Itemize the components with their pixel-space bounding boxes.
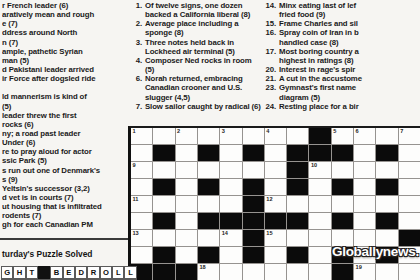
grid-block-cell xyxy=(287,179,308,195)
grid-block-cell xyxy=(332,145,353,161)
grid-cell[interactable] xyxy=(153,162,174,178)
grid-cell[interactable]: 3 xyxy=(220,128,241,144)
cell-number: 1 xyxy=(133,128,136,135)
grid-cell[interactable] xyxy=(243,162,264,178)
clue-line: slugger (4,5) xyxy=(145,93,243,102)
watermark: Globallynews. xyxy=(332,244,419,259)
grid-cell[interactable]: 10 xyxy=(309,162,330,178)
clue-line: gh for each Canadian PM xyxy=(2,220,126,229)
grid-cell[interactable]: 9 xyxy=(131,162,152,178)
clue-line: Norah returned, embracing xyxy=(145,74,243,83)
grid-block-cell xyxy=(243,179,264,195)
grid-cell[interactable] xyxy=(332,196,353,212)
grid-block-cell xyxy=(287,145,308,161)
newspaper-crossword-page: r French leader (6)aratively mean and ro… xyxy=(0,0,420,280)
solved-cell: H xyxy=(13,266,25,279)
clue-line: Average place including a xyxy=(145,19,238,28)
clue-line: s run out one of Denmark's xyxy=(2,166,126,175)
grid-cell[interactable] xyxy=(309,247,330,263)
grid-cell[interactable] xyxy=(309,213,330,229)
cell-number: 9 xyxy=(133,162,136,169)
grid-cell[interactable] xyxy=(220,196,241,212)
grid-cell[interactable] xyxy=(198,230,219,246)
grid-cell[interactable] xyxy=(176,247,197,263)
grid-block-cell xyxy=(376,145,397,161)
clue-line: fried food (9) xyxy=(279,10,356,19)
grid-cell[interactable] xyxy=(399,196,420,212)
cell-number: 15 xyxy=(266,230,272,237)
grid-cell[interactable] xyxy=(376,196,397,212)
grid-cell[interactable] xyxy=(354,213,375,229)
grid-cell[interactable]: 14 xyxy=(220,230,241,246)
grid-cell[interactable] xyxy=(176,162,197,178)
clue-item: 24.Resting place for a bir xyxy=(262,102,420,111)
clue-number: 2. xyxy=(128,19,142,37)
solved-cell: O xyxy=(100,266,112,279)
clue-line: Lockheed air terminal (5) xyxy=(145,47,235,56)
grid-block-cell xyxy=(220,213,241,229)
grid-cell[interactable] xyxy=(265,247,286,263)
cell-number: 14 xyxy=(222,230,228,237)
grid-cell[interactable] xyxy=(287,264,308,280)
grid-cell[interactable] xyxy=(131,179,152,195)
grid-block-cell xyxy=(287,247,308,263)
grid-cell[interactable] xyxy=(131,247,152,263)
grid-cell[interactable]: 4 xyxy=(265,128,286,144)
cell-number: 7 xyxy=(400,128,403,135)
grid-block-cell xyxy=(153,247,174,263)
grid-cell[interactable] xyxy=(354,179,375,195)
clue-line: Spray coin of Iran in b xyxy=(279,28,359,37)
clue-line: highest in ratings (8) xyxy=(279,56,359,65)
clue-item: 23.Gymnast's first namediagram (5) xyxy=(262,83,420,101)
clue-line: ir Force after dogsled ride xyxy=(2,74,126,83)
clue-item: 16.Spray coin of Iran in bhandled case (… xyxy=(262,28,420,46)
clue-line: Composer Ned rocks in room xyxy=(145,56,252,65)
grid-cell[interactable] xyxy=(399,264,420,280)
cell-number: 4 xyxy=(266,128,269,135)
clue-line xyxy=(2,83,126,92)
clue-item: 7.Slow sailor caught by radical (6) xyxy=(128,102,280,111)
grid-cell[interactable]: 5 xyxy=(332,128,353,144)
cell-number: 10 xyxy=(311,162,317,169)
across-clues-column: r French leader (6)aratively mean and ro… xyxy=(2,1,126,230)
clue-text: Most boring country ahighest in ratings … xyxy=(279,47,359,65)
grid-cell[interactable] xyxy=(220,162,241,178)
grid-cell[interactable] xyxy=(354,196,375,212)
clue-number: 16. xyxy=(262,28,276,46)
clue-text: Average place including asponge (8) xyxy=(145,19,238,37)
grid-cell[interactable] xyxy=(131,213,152,229)
grid-cell[interactable] xyxy=(243,264,264,280)
grid-cell[interactable] xyxy=(220,247,241,263)
grid-cell[interactable] xyxy=(198,196,219,212)
grid-cell[interactable] xyxy=(176,179,197,195)
clue-line: (5) xyxy=(2,102,126,111)
clue-line: d Pakistani leader arrived xyxy=(2,65,126,74)
clue-line: Canadian crooner and U.S. xyxy=(145,83,243,92)
clue-number: 1. xyxy=(128,1,142,19)
solved-block-cell xyxy=(38,266,50,279)
grid-cell[interactable]: 13 xyxy=(131,230,152,246)
grid-block-cell xyxy=(198,145,219,161)
clue-line: handled case (8) xyxy=(279,38,359,47)
grid-block-cell xyxy=(332,179,353,195)
clue-number: 20. xyxy=(262,65,276,74)
clue-number: 17. xyxy=(262,47,276,65)
clue-line: aratively mean and rough xyxy=(2,10,126,19)
clue-number: 4. xyxy=(128,56,142,74)
grid-cell[interactable]: 19 xyxy=(354,264,375,280)
clue-line: sponge (8) xyxy=(145,28,238,37)
grid-cell[interactable] xyxy=(220,264,241,280)
cell-number: 6 xyxy=(356,128,359,135)
clue-number: 14. xyxy=(262,1,276,19)
grid-block-cell xyxy=(287,162,308,178)
grid-block-cell xyxy=(243,247,264,263)
clue-line: (5) xyxy=(145,65,252,74)
grid-cell[interactable] xyxy=(399,162,420,178)
grid-cell[interactable] xyxy=(153,230,174,246)
cell-number: 5 xyxy=(333,128,336,135)
grid-block-cell xyxy=(332,213,353,229)
clue-item: 2.Average place including asponge (8) xyxy=(128,19,280,37)
grid-cell[interactable] xyxy=(265,179,286,195)
grid-cell[interactable] xyxy=(332,162,353,178)
solved-cell: D xyxy=(75,266,87,279)
grid-block-cell xyxy=(153,264,174,280)
clue-line: ddress around North xyxy=(2,28,126,37)
grid-cell[interactable] xyxy=(309,179,330,195)
clue-line: Slow sailor caught by radical (6) xyxy=(145,102,261,111)
grid-block-cell xyxy=(198,213,219,229)
grid-cell[interactable] xyxy=(243,128,264,144)
clue-line: Under (6) xyxy=(2,138,126,147)
grid-block-cell xyxy=(243,213,264,229)
clue-line: ut housing that is infiltrated xyxy=(2,202,126,211)
clue-line: rodents (7) xyxy=(2,211,126,220)
clue-text: Gymnast's first namediagram (5) xyxy=(279,83,356,101)
grid-cell[interactable] xyxy=(287,230,308,246)
grid-cell[interactable]: 18 xyxy=(198,264,219,280)
clue-line: s (9) xyxy=(2,175,126,184)
solved-puzzle-title: turday's Puzzle Solved xyxy=(2,249,128,259)
grid-cell[interactable] xyxy=(220,145,241,161)
clue-number: 6. xyxy=(128,74,142,101)
clue-line: ssic Park (5) xyxy=(2,156,126,165)
clue-text: Interest in rage's spir xyxy=(279,65,355,74)
grid-cell[interactable] xyxy=(176,230,197,246)
grid-block-cell xyxy=(332,264,353,280)
grid-cell[interactable] xyxy=(376,264,397,280)
clue-item: 6.Norah returned, embracingCanadian croo… xyxy=(128,74,280,101)
grid-cell[interactable] xyxy=(399,213,420,229)
clue-line: Interest in rage's spir xyxy=(279,65,355,74)
grid-block-cell xyxy=(243,230,264,246)
cell-number: 2 xyxy=(177,128,180,135)
clue-text: A cut in the accustome xyxy=(279,74,362,83)
grid-block-cell xyxy=(243,196,264,212)
solved-cell: R xyxy=(87,266,99,279)
grid-cell[interactable] xyxy=(153,196,174,212)
clue-text: Resting place for a bir xyxy=(279,102,359,111)
grid-cell[interactable]: 15 xyxy=(265,230,286,246)
grid-cell[interactable] xyxy=(220,179,241,195)
clue-line: backed a California liberal (8) xyxy=(145,10,250,19)
clue-item: 21.A cut in the accustome xyxy=(262,74,420,83)
grid-block-cell xyxy=(243,145,264,161)
clue-line: leader threw the first xyxy=(2,111,126,120)
clue-number: 24. xyxy=(262,102,276,111)
clue-line: Yeltsin's successor (3,2) xyxy=(2,184,126,193)
clue-line: Three notes held back in xyxy=(145,38,235,47)
clue-item: 20.Interest in rage's spir xyxy=(262,65,420,74)
grid-cell[interactable] xyxy=(176,145,197,161)
grid-cell[interactable]: 1 xyxy=(131,128,152,144)
grid-cell[interactable] xyxy=(176,196,197,212)
cell-number: 3 xyxy=(222,128,225,135)
clue-line: re to pray aloud for actor xyxy=(2,147,126,156)
clue-item: 3.Three notes held back inLockheed air t… xyxy=(128,38,280,56)
grid-block-cell xyxy=(309,145,330,161)
clue-number: 7. xyxy=(128,102,142,111)
clue-item: 17.Most boring country ahighest in ratin… xyxy=(262,47,420,65)
grid-cell[interactable] xyxy=(354,145,375,161)
clue-number: 23. xyxy=(262,83,276,101)
clue-line: man (5) xyxy=(2,56,126,65)
clue-number: 21. xyxy=(262,74,276,83)
clue-line: Minx eating last of lef xyxy=(279,1,356,10)
grid-cell[interactable] xyxy=(309,230,330,246)
grid-block-cell xyxy=(265,213,286,229)
grid-block-cell xyxy=(198,247,219,263)
clue-text: Slow sailor caught by radical (6) xyxy=(145,102,261,111)
grid-block-cell xyxy=(153,179,174,195)
clue-line: ample, pathetic Syrian xyxy=(2,47,126,56)
clue-line: Most boring country a xyxy=(279,47,359,56)
clue-line: e (7) xyxy=(2,19,126,28)
clue-line: ld mannerism is kind of xyxy=(2,92,126,101)
clue-line: Resting place for a bir xyxy=(279,102,359,111)
clue-line: Gymnast's first name xyxy=(279,83,356,92)
cell-number: 12 xyxy=(266,196,272,203)
grid-cell[interactable] xyxy=(131,145,152,161)
grid-cell[interactable] xyxy=(198,162,219,178)
grid-block-cell xyxy=(176,264,197,280)
clue-text: Minx eating last of leffried food (9) xyxy=(279,1,356,19)
clue-text: Frame Charles and sil xyxy=(279,19,358,28)
grid-cell[interactable] xyxy=(376,128,397,144)
clue-text: Spray coin of Iran in bhandled case (8) xyxy=(279,28,359,46)
solved-puzzle-panel: turday's Puzzle Solved GHTBEDROLL xyxy=(0,238,128,259)
grid-block-cell xyxy=(287,213,308,229)
grid-cell[interactable] xyxy=(153,128,174,144)
grid-cell[interactable]: 7 xyxy=(399,128,420,144)
down-clues-column-continued: 14.Minx eating last of leffried food (9)… xyxy=(262,1,420,111)
clue-line: n (7) xyxy=(2,38,126,47)
grid-cell[interactable] xyxy=(399,145,420,161)
grid-cell[interactable] xyxy=(287,128,308,144)
grid-cell[interactable]: 2 xyxy=(176,128,197,144)
clue-item: 15.Frame Charles and sil xyxy=(262,19,420,28)
clue-text: Norah returned, embracingCanadian croone… xyxy=(145,74,243,101)
grid-block-cell xyxy=(153,213,174,229)
grid-cell[interactable]: 11 xyxy=(131,196,152,212)
clue-item: 1.Of twelve signs, one dozenbacked a Cal… xyxy=(128,1,280,19)
solved-cell: E xyxy=(63,266,75,279)
cell-number: 19 xyxy=(356,264,362,271)
grid-cell[interactable] xyxy=(399,179,420,195)
grid-cell[interactable] xyxy=(354,162,375,178)
solved-cell: L xyxy=(124,266,136,279)
grid-cell[interactable] xyxy=(265,264,286,280)
solved-cell: L xyxy=(112,266,124,279)
grid-cell[interactable] xyxy=(309,264,330,280)
solved-cell: T xyxy=(26,266,38,279)
grid-cell[interactable] xyxy=(376,162,397,178)
clue-number: 15. xyxy=(262,19,276,28)
clue-line: r French leader (6) xyxy=(2,1,126,10)
clue-number: 3. xyxy=(128,38,142,56)
solved-row-1: GHTBEDROLL xyxy=(1,266,137,279)
clue-line: rocks (6) xyxy=(2,120,126,129)
clue-line: d vet is in courts (7) xyxy=(2,193,126,202)
grid-cell[interactable] xyxy=(287,196,308,212)
grid-cell[interactable] xyxy=(198,128,219,144)
grid-block-cell xyxy=(309,128,330,144)
clue-line: A cut in the accustome xyxy=(279,74,362,83)
solved-cell: B xyxy=(50,266,62,279)
clue-text: Of twelve signs, one dozenbacked a Calif… xyxy=(145,1,250,19)
clue-item: 14.Minx eating last of leffried food (9) xyxy=(262,1,420,19)
grid-block-cell xyxy=(376,213,397,229)
down-clues-column: 1.Of twelve signs, one dozenbacked a Cal… xyxy=(128,1,280,111)
grid-block-cell xyxy=(153,145,174,161)
grid-cell[interactable] xyxy=(176,213,197,229)
grid-cell[interactable] xyxy=(309,196,330,212)
clue-item: 4.Composer Ned rocks in room(5) xyxy=(128,56,280,74)
grid-cell[interactable] xyxy=(265,145,286,161)
clue-text: Composer Ned rocks in room(5) xyxy=(145,56,252,74)
clue-text: Three notes held back inLockheed air ter… xyxy=(145,38,235,56)
cell-number: 13 xyxy=(133,230,139,237)
clue-line: diagram (5) xyxy=(279,93,356,102)
cell-number: 11 xyxy=(133,196,139,203)
grid-cell[interactable]: 12 xyxy=(265,196,286,212)
clue-line: Frame Charles and sil xyxy=(279,19,358,28)
grid-cell[interactable] xyxy=(265,162,286,178)
grid-block-cell xyxy=(376,179,397,195)
clue-line: Of twelve signs, one dozen xyxy=(145,1,250,10)
clue-line: ny; a road past leader xyxy=(2,129,126,138)
grid-block-cell xyxy=(198,179,219,195)
cell-number: 18 xyxy=(199,264,205,271)
solved-cell: G xyxy=(1,266,13,279)
grid-cell[interactable]: 6 xyxy=(354,128,375,144)
